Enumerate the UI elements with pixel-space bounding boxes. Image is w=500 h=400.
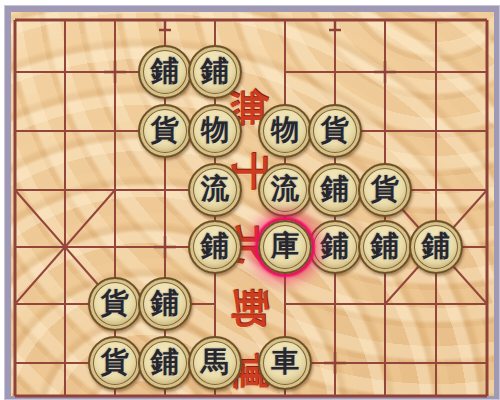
piece-cart[interactable]: 車	[258, 336, 312, 390]
piece-goods[interactable]: 貨	[88, 336, 142, 390]
piece-store[interactable]: 鋪	[138, 277, 192, 331]
piece-character: 鋪	[310, 165, 360, 212]
piece-horse[interactable]: 馬	[188, 336, 242, 390]
piece-flow[interactable]: 流	[258, 163, 312, 217]
piece-character: 物	[190, 106, 240, 153]
piece-things[interactable]: 物	[188, 104, 242, 158]
piece-character: 鋪	[140, 47, 190, 94]
piece-goods[interactable]: 貨	[138, 104, 192, 158]
piece-character: 車	[260, 338, 310, 385]
board-stage: 無于北郵運 鋪鋪貨物物貨流流鋪貨鋪庫鋪鋪鋪貨鋪貨鋪馬車	[0, 0, 500, 400]
piece-character: 鋪	[190, 222, 240, 269]
piece-character: 貨	[90, 338, 140, 385]
piece-character: 貨	[360, 165, 410, 212]
piece-character: 鋪	[411, 222, 461, 269]
piece-store[interactable]: 鋪	[138, 336, 192, 390]
piece-store[interactable]: 鋪	[409, 220, 463, 274]
piece-character: 貨	[90, 279, 140, 326]
piece-character: 物	[260, 106, 310, 153]
piece-store[interactable]: 鋪	[308, 163, 362, 217]
piece-goods[interactable]: 貨	[358, 163, 412, 217]
piece-store[interactable]: 鋪	[188, 220, 242, 274]
piece-store[interactable]: 鋪	[188, 45, 242, 99]
piece-character: 流	[260, 165, 310, 212]
piece-character: 鋪	[140, 279, 190, 326]
piece-goods[interactable]: 貨	[88, 277, 142, 331]
piece-character: 鋪	[360, 222, 410, 269]
piece-store[interactable]: 鋪	[358, 220, 412, 274]
piece-flow[interactable]: 流	[188, 163, 242, 217]
selected-piece-warehouse[interactable]: 庫	[258, 220, 312, 274]
piece-store[interactable]: 鋪	[138, 45, 192, 99]
river-character: 郵	[224, 290, 275, 328]
piece-character: 庫	[260, 222, 310, 269]
grid-lines	[15, 20, 487, 396]
board-border	[15, 20, 487, 396]
piece-store[interactable]: 鋪	[308, 220, 362, 274]
piece-things[interactable]: 物	[258, 104, 312, 158]
piece-character: 鋪	[140, 338, 190, 385]
piece-goods[interactable]: 貨	[308, 104, 362, 158]
piece-character: 鋪	[190, 47, 240, 94]
piece-character: 貨	[140, 106, 190, 153]
piece-character: 貨	[310, 106, 360, 153]
board-grid	[0, 0, 500, 400]
piece-character: 馬	[190, 338, 240, 385]
piece-character: 鋪	[310, 222, 360, 269]
piece-character: 流	[190, 165, 240, 212]
